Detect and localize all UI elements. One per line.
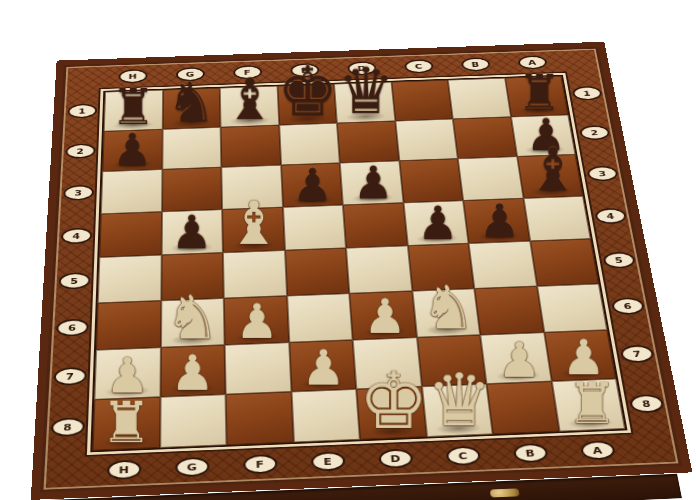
rank-label-right-7: 7 <box>619 345 655 364</box>
chess-board: HGFEDCBA♜♞♝♚♛♜♟♟♟♟♝♟♝♟♟♞♟♟♞♟♟♟♟♟♜♚♛♜1122… <box>31 42 693 500</box>
square-b5[interactable] <box>469 241 537 288</box>
rank-label-cell: 1 <box>563 73 611 113</box>
rank-label-cell: 8 <box>618 378 674 431</box>
rank-label-right-2: 2 <box>578 125 610 140</box>
piece-light-king-d8[interactable]: ♚ <box>358 362 428 440</box>
square-b8[interactable] <box>486 381 559 434</box>
piece-dark-bishop-a3[interactable]: ♝ <box>527 140 580 199</box>
square-c2[interactable] <box>395 119 458 161</box>
piece-dark-pawn-g4[interactable]: ♟ <box>171 209 212 255</box>
piece-light-knight-g6[interactable]: ♞ <box>165 287 219 348</box>
rank-label-cell: 3 <box>55 171 100 215</box>
rank-label-cell: 5 <box>50 257 97 305</box>
board-frame: HGFEDCBA♜♞♝♚♛♜♟♟♟♟♝♟♝♟♟♞♟♟♞♟♟♟♟♟♜♚♛♜1122… <box>40 47 682 493</box>
square-f1[interactable]: ♝ <box>220 86 279 127</box>
rank-label-left-7: 7 <box>53 367 87 386</box>
square-f7[interactable] <box>225 342 291 394</box>
square-e1[interactable]: ♚ <box>277 84 337 125</box>
rank-label-right-8: 8 <box>628 394 664 413</box>
piece-light-pawn-g7[interactable]: ♟ <box>171 348 215 397</box>
square-c8[interactable]: ♛ <box>421 384 492 437</box>
file-label-top-C: C <box>404 59 434 73</box>
square-e7[interactable]: ♟ <box>289 340 357 391</box>
square-a6[interactable] <box>537 283 608 332</box>
file-label-cell: F <box>225 444 294 485</box>
square-b4[interactable]: ♟ <box>463 198 530 243</box>
square-d3[interactable]: ♟ <box>340 161 403 205</box>
square-b2[interactable] <box>453 117 517 159</box>
rank-label-left-2: 2 <box>65 143 95 159</box>
piece-dark-king-e1[interactable]: ♚ <box>277 57 338 125</box>
rank-label-cell: 8 <box>42 401 92 455</box>
rank-label-left-1: 1 <box>67 104 97 119</box>
rank-label-right-6: 6 <box>610 297 645 315</box>
rank-label-cell: 6 <box>601 282 655 331</box>
square-g4[interactable]: ♟ <box>161 209 223 255</box>
file-label-cell: H <box>89 450 158 491</box>
square-e3[interactable]: ♟ <box>281 163 343 207</box>
file-label-cell: E <box>293 441 363 482</box>
frame-corner-top-left <box>62 64 104 92</box>
rank-label-left-3: 3 <box>63 185 94 201</box>
rank-label-cell: 4 <box>53 213 99 259</box>
file-label-bottom-E: E <box>310 451 345 471</box>
rank-label-cell: 5 <box>593 237 646 284</box>
brass-hinge-icon <box>490 488 520 497</box>
piece-light-rook-a8[interactable]: ♜ <box>567 376 617 432</box>
square-c1[interactable] <box>391 80 453 121</box>
square-d6[interactable]: ♟ <box>349 291 416 340</box>
square-h6[interactable] <box>96 300 161 350</box>
square-f2[interactable] <box>221 125 281 167</box>
square-g2[interactable] <box>162 127 221 170</box>
frame-corner-top-right <box>558 47 603 75</box>
frame-corner-bottom-right <box>627 428 682 467</box>
square-d1[interactable]: ♛ <box>334 82 395 123</box>
square-g6[interactable]: ♞ <box>160 298 224 348</box>
rank-label-right-1: 1 <box>571 86 602 101</box>
piece-dark-bishop-f1[interactable]: ♝ <box>224 70 275 127</box>
square-c4[interactable]: ♟ <box>403 200 469 245</box>
square-h2[interactable]: ♟ <box>102 129 162 172</box>
file-label-bottom-C: C <box>445 446 481 466</box>
square-c6[interactable]: ♞ <box>412 288 480 337</box>
piece-dark-pawn-b4[interactable]: ♟ <box>479 198 520 244</box>
square-g7[interactable]: ♟ <box>160 345 226 397</box>
square-b1[interactable] <box>448 78 511 119</box>
rank-label-cell: 1 <box>60 91 103 132</box>
file-label-bottom-H: H <box>106 460 141 480</box>
piece-dark-knight-g1[interactable]: ♞ <box>167 74 216 129</box>
piece-light-pawn-f6[interactable]: ♟ <box>235 297 278 345</box>
square-e8[interactable] <box>291 389 360 443</box>
square-h3[interactable] <box>101 169 162 213</box>
rank-label-right-3: 3 <box>586 166 619 182</box>
rank-label-cell: 3 <box>577 152 627 195</box>
square-g8[interactable] <box>160 394 227 448</box>
square-g1[interactable]: ♞ <box>162 88 220 129</box>
square-a4[interactable] <box>523 196 591 241</box>
rank-label-left-6: 6 <box>55 319 88 337</box>
playing-area: ♜♞♝♚♛♜♟♟♟♟♝♟♝♟♟♞♟♟♞♟♟♟♟♟♜♚♛♜ <box>90 75 627 453</box>
square-f8[interactable] <box>226 391 294 445</box>
square-b6[interactable] <box>474 286 543 335</box>
file-label-cell: G <box>158 447 227 488</box>
rank-label-right-5: 5 <box>602 252 636 269</box>
frame-corner-bottom-left <box>40 452 90 492</box>
square-a8[interactable]: ♜ <box>551 378 625 431</box>
file-label-cell: B <box>494 433 567 473</box>
piece-dark-pawn-c4[interactable]: ♟ <box>418 200 459 246</box>
square-f5[interactable] <box>223 250 287 298</box>
file-label-top-B: B <box>460 57 490 71</box>
rank-label-cell: 4 <box>585 194 636 239</box>
piece-dark-queen-d1[interactable]: ♛ <box>338 60 395 123</box>
square-h8[interactable]: ♜ <box>93 397 161 451</box>
rank-label-left-4: 4 <box>60 228 92 245</box>
square-e5[interactable] <box>285 248 350 295</box>
square-f6[interactable]: ♟ <box>224 295 289 344</box>
piece-dark-pawn-d3[interactable]: ♟ <box>353 160 393 205</box>
rank-label-left-8: 8 <box>50 417 84 437</box>
square-e4[interactable] <box>283 205 346 251</box>
rank-label-cell: 7 <box>609 329 664 380</box>
rank-label-cell: 6 <box>48 303 96 352</box>
piece-light-bishop-f4[interactable]: ♝ <box>227 193 281 253</box>
rank-label-right-4: 4 <box>594 208 627 224</box>
piece-light-pawn-d6[interactable]: ♟ <box>363 292 406 340</box>
piece-light-pawn-b7[interactable]: ♟ <box>497 335 541 384</box>
piece-dark-pawn-e3[interactable]: ♟ <box>293 162 334 207</box>
square-e6[interactable] <box>287 293 353 342</box>
rank-label-cell: 2 <box>58 130 102 172</box>
file-label-bottom-D: D <box>378 449 413 469</box>
square-d4[interactable] <box>343 202 408 248</box>
piece-light-knight-c6[interactable]: ♞ <box>422 277 476 337</box>
rank-label-left-5: 5 <box>58 272 90 289</box>
square-h5[interactable] <box>98 255 161 303</box>
file-label-cell: C <box>389 52 449 81</box>
file-label-cell: A <box>561 430 634 470</box>
file-label-bottom-A: A <box>579 440 616 460</box>
rank-label-cell: 7 <box>45 351 94 403</box>
square-d8[interactable]: ♚ <box>356 386 426 439</box>
square-a5[interactable] <box>530 239 599 286</box>
square-d5[interactable] <box>346 246 412 293</box>
piece-light-pawn-e7[interactable]: ♟ <box>302 343 346 392</box>
file-label-cell: C <box>427 436 499 476</box>
file-label-bottom-G: G <box>175 457 209 477</box>
piece-light-rook-h8[interactable]: ♜ <box>101 394 152 451</box>
board-photo: HGFEDCBA♜♞♝♚♛♜♟♟♟♟♝♟♝♟♟♞♟♟♞♟♟♟♟♟♜♚♛♜1122… <box>0 0 696 500</box>
square-f4[interactable]: ♝ <box>222 207 284 253</box>
file-label-cell: B <box>445 50 506 79</box>
piece-light-queen-c8[interactable]: ♛ <box>427 365 492 438</box>
square-h4[interactable] <box>99 211 161 257</box>
file-label-bottom-B: B <box>512 443 548 463</box>
piece-dark-pawn-h2[interactable]: ♟ <box>112 127 152 171</box>
square-a3[interactable]: ♝ <box>517 154 583 198</box>
file-label-bottom-F: F <box>243 454 278 474</box>
file-label-cell: D <box>360 439 431 480</box>
